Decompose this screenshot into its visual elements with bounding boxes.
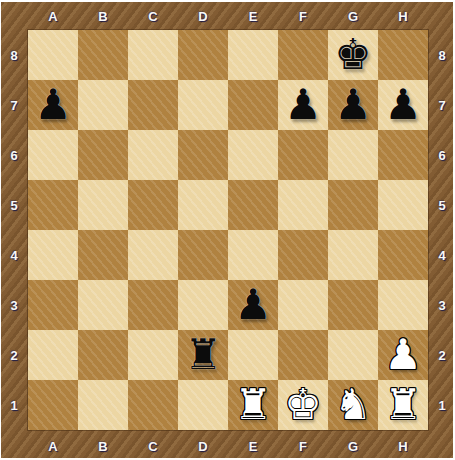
square-g3[interactable] [328, 280, 378, 330]
square-e1[interactable]: ♜ [228, 380, 278, 430]
square-a5[interactable] [28, 180, 78, 230]
chess-diagram: ABCDEFGH 87654321 ♚♟♟♟♟♟♜♟♜♚♞♜ 87654321 … [0, 0, 455, 460]
square-e2[interactable] [228, 330, 278, 380]
white-knight-g1[interactable]: ♞ [334, 384, 372, 426]
rank-label-5: 5 [1, 180, 27, 230]
square-h1[interactable]: ♜ [378, 380, 428, 430]
square-c6[interactable] [128, 130, 178, 180]
square-g1[interactable]: ♞ [328, 380, 378, 430]
square-f4[interactable] [278, 230, 328, 280]
square-h6[interactable] [378, 130, 428, 180]
file-label-f: F [278, 3, 328, 29]
black-rook-d2[interactable]: ♜ [184, 334, 222, 376]
square-d3[interactable] [178, 280, 228, 330]
file-label-c: C [128, 3, 178, 29]
square-d5[interactable] [178, 180, 228, 230]
rank-label-7: 7 [429, 80, 455, 130]
wooden-frame: ABCDEFGH 87654321 ♚♟♟♟♟♟♜♟♜♚♞♜ 87654321 … [1, 2, 453, 458]
file-label-h: H [378, 3, 428, 29]
file-label-a: A [28, 433, 78, 459]
square-f8[interactable] [278, 30, 328, 80]
square-g4[interactable] [328, 230, 378, 280]
square-f2[interactable] [278, 330, 328, 380]
square-d6[interactable] [178, 130, 228, 180]
square-a7[interactable]: ♟ [28, 80, 78, 130]
square-h7[interactable]: ♟ [378, 80, 428, 130]
square-c3[interactable] [128, 280, 178, 330]
file-label-f: F [278, 433, 328, 459]
rank-label-4: 4 [1, 230, 27, 280]
file-label-c: C [128, 433, 178, 459]
square-g7[interactable]: ♟ [328, 80, 378, 130]
square-b7[interactable] [78, 80, 128, 130]
rank-label-3: 3 [429, 280, 455, 330]
square-b5[interactable] [78, 180, 128, 230]
square-e4[interactable] [228, 230, 278, 280]
black-king-g8[interactable]: ♚ [334, 34, 372, 76]
rank-labels-right: 87654321 [429, 30, 455, 430]
square-b8[interactable] [78, 30, 128, 80]
black-pawn-f7[interactable]: ♟ [284, 84, 322, 126]
square-h3[interactable] [378, 280, 428, 330]
file-label-b: B [78, 433, 128, 459]
rank-label-8: 8 [429, 30, 455, 80]
file-labels-top: ABCDEFGH [28, 3, 428, 29]
square-a6[interactable] [28, 130, 78, 180]
square-f7[interactable]: ♟ [278, 80, 328, 130]
square-a2[interactable] [28, 330, 78, 380]
white-rook-h1[interactable]: ♜ [384, 384, 422, 426]
file-label-d: D [178, 3, 228, 29]
square-f3[interactable] [278, 280, 328, 330]
rank-label-5: 5 [429, 180, 455, 230]
square-f5[interactable] [278, 180, 328, 230]
square-f6[interactable] [278, 130, 328, 180]
square-h4[interactable] [378, 230, 428, 280]
square-d1[interactable] [178, 380, 228, 430]
file-label-e: E [228, 433, 278, 459]
white-rook-e1[interactable]: ♜ [234, 384, 272, 426]
square-c8[interactable] [128, 30, 178, 80]
square-g6[interactable] [328, 130, 378, 180]
square-d7[interactable] [178, 80, 228, 130]
square-c7[interactable] [128, 80, 178, 130]
rank-label-3: 3 [1, 280, 27, 330]
rank-label-6: 6 [429, 130, 455, 180]
square-b1[interactable] [78, 380, 128, 430]
square-a4[interactable] [28, 230, 78, 280]
square-d2[interactable]: ♜ [178, 330, 228, 380]
square-a8[interactable] [28, 30, 78, 80]
black-pawn-e3[interactable]: ♟ [234, 284, 272, 326]
square-a3[interactable] [28, 280, 78, 330]
square-a1[interactable] [28, 380, 78, 430]
file-label-b: B [78, 3, 128, 29]
square-e8[interactable] [228, 30, 278, 80]
file-labels-bottom: ABCDEFGH [28, 433, 428, 459]
square-d4[interactable] [178, 230, 228, 280]
square-b6[interactable] [78, 130, 128, 180]
square-b2[interactable] [78, 330, 128, 380]
square-e7[interactable] [228, 80, 278, 130]
rank-label-1: 1 [429, 380, 455, 430]
square-g2[interactable] [328, 330, 378, 380]
rank-label-6: 6 [1, 130, 27, 180]
rank-label-2: 2 [1, 330, 27, 380]
square-g8[interactable]: ♚ [328, 30, 378, 80]
square-c4[interactable] [128, 230, 178, 280]
square-f1[interactable]: ♚ [278, 380, 328, 430]
square-h8[interactable] [378, 30, 428, 80]
square-g5[interactable] [328, 180, 378, 230]
chess-board[interactable]: ♚♟♟♟♟♟♜♟♜♚♞♜ [28, 30, 428, 430]
file-label-e: E [228, 3, 278, 29]
white-pawn-h2[interactable]: ♟ [384, 334, 422, 376]
square-c2[interactable] [128, 330, 178, 380]
square-c1[interactable] [128, 380, 178, 430]
black-pawn-a7[interactable]: ♟ [34, 84, 72, 126]
rank-label-1: 1 [1, 380, 27, 430]
file-label-h: H [378, 433, 428, 459]
black-pawn-h7[interactable]: ♟ [384, 84, 422, 126]
file-label-d: D [178, 433, 228, 459]
square-h5[interactable] [378, 180, 428, 230]
square-h2[interactable]: ♟ [378, 330, 428, 380]
square-e6[interactable] [228, 130, 278, 180]
square-e5[interactable] [228, 180, 278, 230]
rank-labels-left: 87654321 [1, 30, 27, 430]
square-d8[interactable] [178, 30, 228, 80]
file-label-a: A [28, 3, 78, 29]
rank-label-4: 4 [429, 230, 455, 280]
square-b3[interactable] [78, 280, 128, 330]
square-b4[interactable] [78, 230, 128, 280]
file-label-g: G [328, 433, 378, 459]
rank-label-2: 2 [429, 330, 455, 380]
rank-label-8: 8 [1, 30, 27, 80]
rank-label-7: 7 [1, 80, 27, 130]
square-e3[interactable]: ♟ [228, 280, 278, 330]
file-label-g: G [328, 3, 378, 29]
black-pawn-g7[interactable]: ♟ [334, 84, 372, 126]
square-c5[interactable] [128, 180, 178, 230]
white-king-f1[interactable]: ♚ [284, 384, 322, 426]
